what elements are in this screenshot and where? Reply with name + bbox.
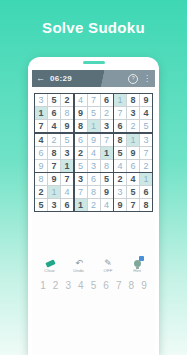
box-2: 476952813	[75, 94, 113, 132]
cell-r9c3[interactable]: 6	[61, 199, 73, 211]
cell-r8c7[interactable]: 3	[114, 186, 126, 198]
box-1: 352168749	[35, 94, 73, 132]
cell-r9c8[interactable]: 7	[127, 199, 139, 211]
box-8: 365789124	[75, 173, 113, 211]
numpad-7[interactable]: 7	[114, 280, 124, 291]
cell-r4c7[interactable]: 8	[114, 134, 126, 146]
app-bar: ← 06:29 ? ⋮	[32, 70, 155, 87]
cell-r6c3[interactable]: 1	[61, 160, 73, 172]
pencil-icon: ✎	[104, 258, 112, 268]
cell-r8c2[interactable]: 1	[48, 186, 60, 198]
box-6: 813597462	[114, 134, 152, 172]
cell-r5c5[interactable]: 4	[88, 147, 100, 159]
cell-r8c9[interactable]: 6	[140, 186, 152, 198]
cell-r5c2[interactable]: 8	[48, 147, 60, 159]
cell-r1c1[interactable]: 3	[35, 94, 47, 106]
cell-r2c6[interactable]: 2	[101, 107, 113, 119]
cell-r8c1[interactable]: 2	[35, 186, 47, 198]
pencil-mode-label: OFF	[104, 268, 113, 273]
cell-r5c1[interactable]: 6	[35, 147, 47, 159]
cell-r9c7[interactable]: 9	[114, 199, 126, 211]
cell-r2c7[interactable]: 7	[114, 107, 126, 119]
box-4: 425683971	[35, 134, 73, 172]
cell-r2c1[interactable]: 1	[35, 107, 47, 119]
undo-button[interactable]: ↶ Undo	[67, 258, 91, 277]
cell-r4c4[interactable]: 6	[75, 134, 87, 146]
cell-r8c5[interactable]: 8	[88, 186, 100, 198]
phone-mockup: ← 06:29 ? ⋮ 3521687494769528131897346254…	[28, 57, 159, 355]
cell-r5c9[interactable]: 7	[140, 147, 152, 159]
cell-r8c4[interactable]: 7	[75, 186, 87, 198]
cell-r5c7[interactable]: 5	[114, 147, 126, 159]
cell-r7c7[interactable]: 2	[114, 173, 126, 185]
numpad-4[interactable]: 4	[76, 280, 86, 291]
undo-label: Undo	[74, 268, 85, 273]
cell-r7c2[interactable]: 9	[48, 173, 60, 185]
cell-r4c6[interactable]: 7	[101, 134, 113, 146]
cell-r3c1[interactable]: 7	[35, 120, 47, 132]
cell-r2c8[interactable]: 3	[127, 107, 139, 119]
cell-r1c2[interactable]: 5	[48, 94, 60, 106]
cell-r1c3[interactable]: 2	[61, 94, 73, 106]
cell-r8c3[interactable]: 4	[61, 186, 73, 198]
clear-label: Clear	[45, 268, 56, 273]
cell-r5c6[interactable]: 1	[101, 147, 113, 159]
cell-r1c4[interactable]: 4	[75, 94, 87, 106]
cell-r1c6[interactable]: 6	[101, 94, 113, 106]
cell-r6c5[interactable]: 3	[88, 160, 100, 172]
cell-r5c8[interactable]: 9	[127, 147, 139, 159]
cell-r8c6[interactable]: 9	[101, 186, 113, 198]
undo-icon: ↶	[75, 258, 83, 268]
cell-r9c6[interactable]: 4	[101, 199, 113, 211]
cell-r6c4[interactable]: 5	[75, 160, 87, 172]
number-pad: 123456789	[38, 280, 149, 291]
cell-r8c8[interactable]: 5	[127, 186, 139, 198]
hint-button[interactable]: Hint	[125, 258, 149, 277]
board-area: 3521687494769528131897346254256839716972…	[32, 93, 155, 212]
cell-r4c5[interactable]: 9	[88, 134, 100, 146]
cell-r4c2[interactable]: 2	[48, 134, 60, 146]
phone-speaker-notch	[83, 61, 105, 64]
numpad-3[interactable]: 3	[63, 280, 73, 291]
cell-r5c3[interactable]: 3	[61, 147, 73, 159]
cell-r1c9[interactable]: 9	[140, 94, 152, 106]
cell-r3c3[interactable]: 9	[61, 120, 73, 132]
cell-r3c2[interactable]: 4	[48, 120, 60, 132]
help-icon[interactable]: ?	[128, 74, 138, 84]
cell-r7c5[interactable]: 6	[88, 173, 100, 185]
cell-r9c9[interactable]: 8	[140, 199, 152, 211]
cell-r6c7[interactable]: 4	[114, 160, 126, 172]
cell-r3c7[interactable]: 6	[114, 120, 126, 132]
box-3: 189734625	[114, 94, 152, 132]
cell-r7c9[interactable]: 1	[140, 173, 152, 185]
box-7: 897214536	[35, 173, 73, 211]
numpad-2[interactable]: 2	[51, 280, 61, 291]
cell-r6c1[interactable]: 9	[35, 160, 47, 172]
cell-r4c3[interactable]: 5	[61, 134, 73, 146]
cell-r2c2[interactable]: 6	[48, 107, 60, 119]
pencil-mode-button[interactable]: ✎ OFF	[96, 258, 120, 277]
cell-r4c9[interactable]: 3	[140, 134, 152, 146]
cell-r6c9[interactable]: 2	[140, 160, 152, 172]
numpad-9[interactable]: 9	[139, 280, 149, 291]
cell-r3c4[interactable]: 8	[75, 120, 87, 132]
cell-r6c6[interactable]: 8	[101, 160, 113, 172]
cell-r4c1[interactable]: 4	[35, 134, 47, 146]
cell-r9c1[interactable]: 5	[35, 199, 47, 211]
cell-r7c1[interactable]: 8	[35, 173, 47, 185]
cell-r7c4[interactable]: 3	[75, 173, 87, 185]
hint-count-badge	[139, 256, 144, 261]
eraser-icon	[45, 259, 55, 267]
cell-r5c4[interactable]: 2	[75, 147, 87, 159]
control-bar: Clear ↶ Undo ✎ OFF Hint	[38, 258, 149, 277]
page-title: Solve Sudoku	[0, 19, 187, 36]
box-9: 241356978	[114, 173, 152, 211]
cell-r9c5[interactable]: 2	[88, 199, 100, 211]
cell-r3c8[interactable]: 2	[127, 120, 139, 132]
app-screen: ← 06:29 ? ⋮ 3521687494769528131897346254…	[32, 70, 155, 355]
cell-r3c5[interactable]: 1	[88, 120, 100, 132]
numpad-1[interactable]: 1	[38, 280, 48, 291]
timer-display: 06:29	[50, 74, 72, 83]
box-5: 697241538	[75, 134, 113, 172]
sudoku-board: 3521687494769528131897346254256839716972…	[34, 93, 153, 212]
cell-r6c8[interactable]: 6	[127, 160, 139, 172]
cell-r6c2[interactable]: 7	[48, 160, 60, 172]
cell-r2c3[interactable]: 8	[61, 107, 73, 119]
cell-r2c9[interactable]: 4	[140, 107, 152, 119]
cell-r1c5[interactable]: 7	[88, 94, 100, 106]
cell-r7c8[interactable]: 4	[127, 173, 139, 185]
cell-r7c6[interactable]: 5	[101, 173, 113, 185]
numpad-8[interactable]: 8	[126, 280, 136, 291]
cell-r1c7[interactable]: 1	[114, 94, 126, 106]
cell-r3c6[interactable]: 3	[101, 120, 113, 132]
hint-label: Hint	[133, 268, 141, 273]
cell-r7c3[interactable]: 7	[61, 173, 73, 185]
clear-button[interactable]: Clear	[38, 258, 62, 277]
back-icon[interactable]: ←	[36, 74, 45, 83]
cell-r9c2[interactable]: 3	[48, 199, 60, 211]
kebab-menu-icon[interactable]: ⋮	[143, 75, 151, 83]
numpad-5[interactable]: 5	[89, 280, 99, 291]
cell-r3c9[interactable]: 5	[140, 120, 152, 132]
cell-r2c4[interactable]: 9	[75, 107, 87, 119]
cell-r9c4[interactable]: 1	[75, 199, 87, 211]
cell-r1c8[interactable]: 8	[127, 94, 139, 106]
cell-r2c5[interactable]: 5	[88, 107, 100, 119]
numpad-6[interactable]: 6	[101, 280, 111, 291]
promo-background: Solve Sudoku ← 06:29 ? ⋮ 352168749476952…	[0, 0, 187, 355]
cell-r4c8[interactable]: 1	[127, 134, 139, 146]
